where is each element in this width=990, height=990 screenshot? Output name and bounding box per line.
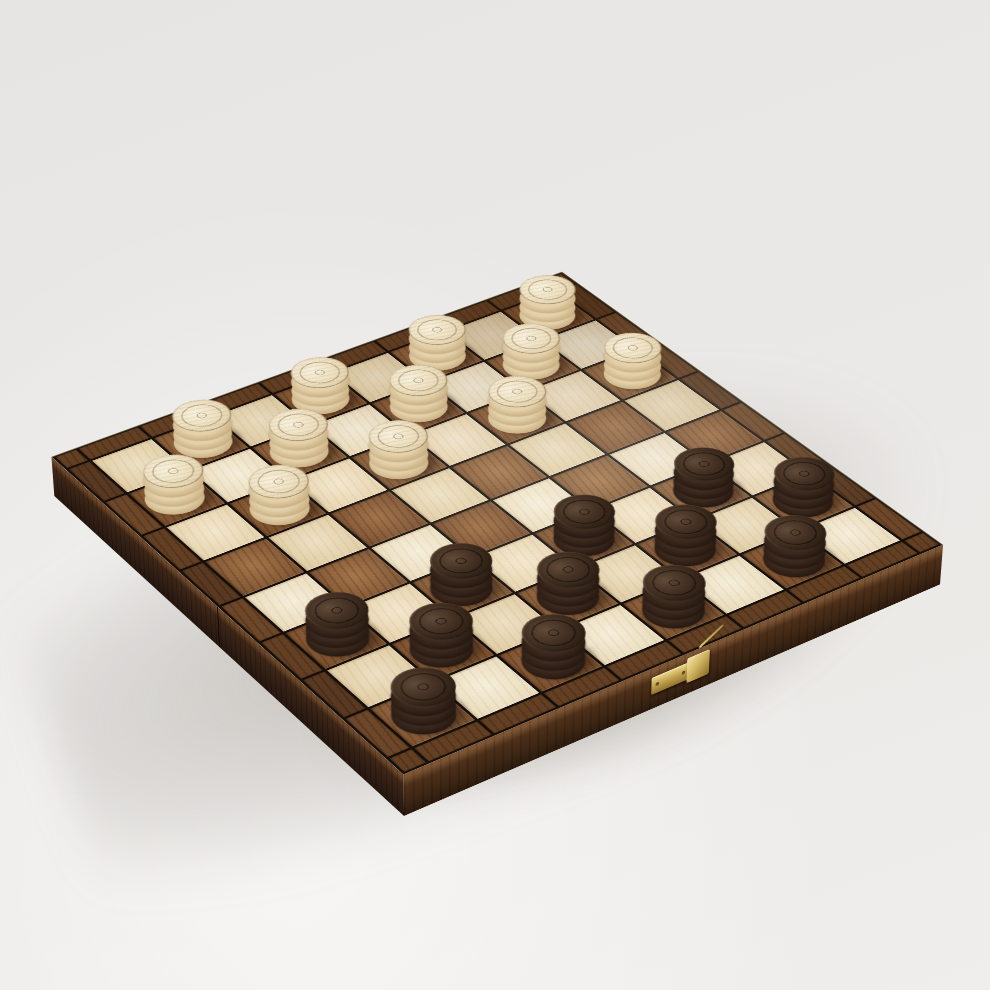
dark-piece[interactable] — [751, 536, 837, 585]
dark-piece[interactable] — [294, 613, 381, 665]
dark-piece[interactable] — [379, 689, 469, 743]
dark-piece[interactable] — [509, 635, 598, 687]
dark-piece[interactable] — [630, 586, 718, 637]
photo-stage — [0, 0, 990, 990]
light-piece[interactable] — [238, 486, 321, 533]
